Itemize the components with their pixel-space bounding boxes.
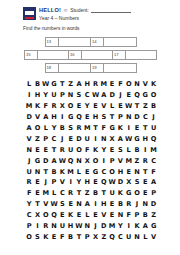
- grid-cell-r5c5[interactable]: B: [58, 123, 66, 134]
- grid-cell-r7c3[interactable]: E: [42, 144, 50, 155]
- grid-cell-r13c7[interactable]: E: [75, 210, 83, 221]
- grid-cell-r7c1[interactable]: N: [25, 144, 33, 155]
- grid-cell-r4c12[interactable]: P: [116, 112, 124, 123]
- grid-cell-r8c1[interactable]: J: [25, 155, 33, 166]
- grid-cell-r1c11[interactable]: E: [108, 79, 116, 90]
- grid-cell-r1c6[interactable]: Z: [66, 79, 74, 90]
- grid-cell-r15c12[interactable]: C: [116, 231, 124, 242]
- grid-cell-r12c12[interactable]: B: [116, 199, 124, 210]
- answer-slot-number: 13: [46, 38, 59, 46]
- grid-cell-r8c3[interactable]: D: [42, 155, 50, 166]
- grid-cell-r1c15[interactable]: V: [141, 79, 149, 90]
- grid-cell-r13c8[interactable]: L: [83, 210, 91, 221]
- grid-cell-r8c15[interactable]: R: [141, 155, 149, 166]
- grid-cell-r9c13[interactable]: E: [125, 166, 133, 177]
- grid-cell-r3c2[interactable]: K: [33, 101, 41, 112]
- grid-cell-r6c7[interactable]: D: [75, 133, 83, 144]
- grid-cell-r4c7[interactable]: Q: [75, 112, 83, 123]
- grid-cell-r4c4[interactable]: H: [50, 112, 58, 123]
- grid-cell-r1c1[interactable]: L: [25, 79, 33, 90]
- answer-slot-number: 16: [69, 51, 82, 59]
- grid-cell-r5c11[interactable]: G: [108, 123, 116, 134]
- grid-cell-r15c5[interactable]: F: [58, 231, 66, 242]
- grid-cell-r6c1[interactable]: V: [25, 133, 33, 144]
- grid-cell-r2c8[interactable]: C: [83, 90, 91, 101]
- grid-cell-r12c8[interactable]: A: [83, 199, 91, 210]
- grid-cell-r9c16[interactable]: F: [149, 166, 157, 177]
- grid-cell-r2c7[interactable]: S: [75, 90, 83, 101]
- grid-cell-r2c15[interactable]: G: [141, 90, 149, 101]
- grid-cell-r11c9[interactable]: B: [91, 188, 99, 199]
- grid-cell-r6c12[interactable]: A: [116, 133, 124, 144]
- brand-logo: [23, 7, 36, 20]
- logo-book-icon: [25, 11, 34, 15]
- answer-slot-19: 19: [90, 64, 136, 72]
- grid-cell-r10c8[interactable]: H: [83, 177, 91, 188]
- grid-cell-r5c9[interactable]: T: [91, 123, 99, 134]
- grid-cell-r3c13[interactable]: W: [125, 101, 133, 112]
- grid-cell-r11c4[interactable]: L: [50, 188, 58, 199]
- grid-cell-r8c2[interactable]: G: [33, 155, 41, 166]
- grid-cell-r14c4[interactable]: N: [50, 221, 58, 232]
- word-search-grid: LBWGTZAHRMEFONVKIHYUPNSCWADJEQGOMKFRXOEY…: [25, 79, 158, 242]
- grid-cell-r14c5[interactable]: U: [58, 221, 66, 232]
- grid-cell-r12c2[interactable]: T: [33, 199, 41, 210]
- grid-cell-r5c13[interactable]: I: [125, 123, 133, 134]
- grid-cell-r14c16[interactable]: G: [149, 221, 157, 232]
- grid-cell-r5c2[interactable]: O: [33, 123, 41, 134]
- grid-cell-r1c9[interactable]: R: [91, 79, 99, 90]
- grid-cell-r15c6[interactable]: B: [66, 231, 74, 242]
- grid-cell-r9c15[interactable]: T: [141, 166, 149, 177]
- grid-cell-r5c14[interactable]: E: [133, 123, 141, 134]
- grid-cell-r13c12[interactable]: N: [116, 210, 124, 221]
- grid-cell-r12c3[interactable]: V: [42, 199, 50, 210]
- grid-cell-r14c8[interactable]: N: [83, 221, 91, 232]
- grid-cell-r13c6[interactable]: K: [66, 210, 74, 221]
- grid-cell-r9c4[interactable]: B: [50, 166, 58, 177]
- answer-box-row: 151617: [24, 50, 157, 60]
- grid-cell-r3c12[interactable]: E: [116, 101, 124, 112]
- header-line-1: HELLO! ☺ Student:: [39, 7, 131, 13]
- grid-cell-r9c7[interactable]: L: [75, 166, 83, 177]
- grid-cell-r13c11[interactable]: E: [108, 210, 116, 221]
- grid-cell-r12c16[interactable]: D: [149, 199, 157, 210]
- grid-cell-r10c6[interactable]: I: [66, 177, 74, 188]
- answer-box-row: 1819: [45, 63, 137, 73]
- grid-cell-r8c13[interactable]: M: [125, 155, 133, 166]
- grid-cell-r1c16[interactable]: K: [149, 79, 157, 90]
- grid-cell-r8c14[interactable]: Z: [133, 155, 141, 166]
- answer-slot-number: 17: [113, 51, 126, 59]
- grid-cell-r7c2[interactable]: E: [33, 144, 41, 155]
- grid-cell-r12c7[interactable]: N: [75, 199, 83, 210]
- grid-cell-r11c11[interactable]: U: [108, 188, 116, 199]
- grid-cell-r15c7[interactable]: T: [75, 231, 83, 242]
- grid-cell-r13c13[interactable]: F: [125, 210, 133, 221]
- grid-cell-r8c6[interactable]: Q: [66, 155, 74, 166]
- grid-cell-r7c7[interactable]: O: [75, 144, 83, 155]
- grid-cell-r8c12[interactable]: V: [116, 155, 124, 166]
- grid-cell-r6c14[interactable]: G: [133, 133, 141, 144]
- grid-cell-r4c16[interactable]: J: [149, 112, 157, 123]
- answer-slot-blank[interactable]: [38, 51, 68, 59]
- grid-cell-r12c6[interactable]: E: [66, 199, 74, 210]
- answer-slot-15: 15: [25, 51, 68, 59]
- grid-cell-r4c14[interactable]: D: [133, 112, 141, 123]
- grid-cell-r6c11[interactable]: X: [108, 133, 116, 144]
- grid-cell-r9c12[interactable]: H: [116, 166, 124, 177]
- grid-cell-r15c10[interactable]: Z: [100, 231, 108, 242]
- grid-cell-r1c12[interactable]: F: [116, 79, 124, 90]
- grid-cell-r5c1[interactable]: A: [25, 123, 33, 134]
- answer-slot-blank[interactable]: [126, 51, 156, 59]
- grid-cell-r10c13[interactable]: X: [125, 177, 133, 188]
- grid-cell-r13c10[interactable]: V: [100, 210, 108, 221]
- grid-cell-r11c5[interactable]: C: [58, 188, 66, 199]
- answer-slot-blank[interactable]: [104, 64, 136, 72]
- answer-slot-13: 13: [46, 38, 91, 46]
- grid-cell-r2c1[interactable]: I: [25, 90, 33, 101]
- grid-cell-r5c4[interactable]: Y: [50, 123, 58, 134]
- answer-slot-number: 14: [91, 38, 104, 46]
- grid-cell-r8c4[interactable]: A: [50, 155, 58, 166]
- grid-cell-r14c12[interactable]: Y: [116, 221, 124, 232]
- grid-cell-r8c5[interactable]: W: [58, 155, 66, 166]
- grid-cell-r7c9[interactable]: K: [91, 144, 99, 155]
- grid-cell-r15c2[interactable]: S: [33, 231, 41, 242]
- grid-cell-r4c1[interactable]: D: [25, 112, 33, 123]
- grid-cell-r14c2[interactable]: I: [33, 221, 41, 232]
- grid-cell-r5c16[interactable]: U: [149, 123, 157, 134]
- grid-cell-r6c2[interactable]: Z: [33, 133, 41, 144]
- answer-slot-16: 16: [68, 51, 112, 59]
- grid-cell-r10c9[interactable]: E: [91, 177, 99, 188]
- smiley-icon: ☺: [63, 7, 68, 13]
- grid-cell-r2c13[interactable]: E: [125, 90, 133, 101]
- grid-cell-r3c11[interactable]: L: [108, 101, 116, 112]
- grid-cell-r9c6[interactable]: M: [66, 166, 74, 177]
- grid-cell-r3c7[interactable]: E: [75, 101, 83, 112]
- grid-cell-r7c8[interactable]: F: [83, 144, 91, 155]
- grid-cell-r9c3[interactable]: T: [42, 166, 50, 177]
- answer-slot-blank[interactable]: [104, 38, 136, 46]
- answer-slot-18: 18: [46, 64, 91, 72]
- grid-cell-r8c16[interactable]: C: [149, 155, 157, 166]
- grid-cell-r4c9[interactable]: H: [91, 112, 99, 123]
- grid-cell-r3c6[interactable]: O: [66, 101, 74, 112]
- grid-cell-r11c16[interactable]: P: [149, 188, 157, 199]
- grid-cell-r13c1[interactable]: C: [25, 210, 33, 221]
- worksheet-subtitle: Year 4 – Numbers: [39, 15, 131, 21]
- grid-cell-r10c3[interactable]: J: [42, 177, 50, 188]
- grid-cell-r15c14[interactable]: N: [133, 231, 141, 242]
- grid-cell-r14c3[interactable]: R: [42, 221, 50, 232]
- grid-cell-r3c4[interactable]: R: [50, 101, 58, 112]
- grid-cell-r10c4[interactable]: P: [50, 177, 58, 188]
- grid-cell-r6c6[interactable]: E: [66, 133, 74, 144]
- grid-cell-r11c12[interactable]: K: [116, 188, 124, 199]
- grid-cell-r9c8[interactable]: E: [83, 166, 91, 177]
- grid-cell-r4c11[interactable]: T: [108, 112, 116, 123]
- grid-cell-r9c1[interactable]: U: [25, 166, 33, 177]
- grid-cell-r13c4[interactable]: Q: [50, 210, 58, 221]
- grid-cell-r5c3[interactable]: L: [42, 123, 50, 134]
- grid-cell-r14c10[interactable]: D: [100, 221, 108, 232]
- grid-cell-r4c13[interactable]: N: [125, 112, 133, 123]
- grid-cell-r4c5[interactable]: I: [58, 112, 66, 123]
- logo-red-band: [25, 17, 34, 19]
- grid-cell-r12c1[interactable]: Y: [25, 199, 33, 210]
- grid-cell-r4c2[interactable]: V: [33, 112, 41, 123]
- grid-cell-r12c4[interactable]: W: [50, 199, 58, 210]
- grid-cell-r7c14[interactable]: B: [133, 144, 141, 155]
- grid-cell-r9c10[interactable]: C: [100, 166, 108, 177]
- grid-cell-r14c1[interactable]: P: [25, 221, 33, 232]
- grid-cell-r2c11[interactable]: D: [108, 90, 116, 101]
- grid-cell-r3c15[interactable]: Z: [141, 101, 149, 112]
- grid-cell-r15c16[interactable]: V: [149, 231, 157, 242]
- grid-cell-r6c9[interactable]: I: [91, 133, 99, 144]
- grid-cell-r7c5[interactable]: R: [58, 144, 66, 155]
- grid-cell-r11c7[interactable]: T: [75, 188, 83, 199]
- grid-cell-r2c4[interactable]: U: [50, 90, 58, 101]
- grid-cell-r8c8[interactable]: X: [83, 155, 91, 166]
- grid-cell-r11c14[interactable]: O: [133, 188, 141, 199]
- grid-cell-r11c13[interactable]: G: [125, 188, 133, 199]
- grid-cell-r6c5[interactable]: J: [58, 133, 66, 144]
- grid-cell-r5c10[interactable]: F: [100, 123, 108, 134]
- grid-cell-r1c4[interactable]: G: [50, 79, 58, 90]
- grid-cell-r2c6[interactable]: N: [66, 90, 74, 101]
- grid-cell-r6c8[interactable]: U: [83, 133, 91, 144]
- grid-cell-r3c10[interactable]: V: [100, 101, 108, 112]
- grid-cell-r4c10[interactable]: S: [100, 112, 108, 123]
- grid-cell-r13c2[interactable]: X: [33, 210, 41, 221]
- grid-cell-r15c4[interactable]: E: [50, 231, 58, 242]
- grid-cell-r4c3[interactable]: A: [42, 112, 50, 123]
- grid-cell-r2c9[interactable]: W: [91, 90, 99, 101]
- grid-cell-r15c9[interactable]: X: [91, 231, 99, 242]
- grid-cell-r12c10[interactable]: H: [100, 199, 108, 210]
- grid-cell-r10c16[interactable]: A: [149, 177, 157, 188]
- grid-cell-r15c13[interactable]: U: [125, 231, 133, 242]
- grid-cell-r9c2[interactable]: N: [33, 166, 41, 177]
- grid-cell-r13c3[interactable]: O: [42, 210, 50, 221]
- grid-cell-r10c5[interactable]: V: [58, 177, 66, 188]
- answer-slot-17: 17: [112, 51, 156, 59]
- grid-cell-r14c14[interactable]: K: [133, 221, 141, 232]
- grid-cell-r3c5[interactable]: X: [58, 101, 66, 112]
- grid-cell-r13c14[interactable]: P: [133, 210, 141, 221]
- grid-cell-r7c16[interactable]: M: [149, 144, 157, 155]
- grid-cell-r3c9[interactable]: E: [91, 101, 99, 112]
- grid-cell-r13c16[interactable]: Z: [149, 210, 157, 221]
- header-text: HELLO! ☺ Student: Year 4 – Numbers: [39, 7, 131, 21]
- grid-cell-r8c11[interactable]: P: [108, 155, 116, 166]
- grid-cell-r13c9[interactable]: E: [91, 210, 99, 221]
- grid-cell-r4c6[interactable]: G: [66, 112, 74, 123]
- grid-cell-r10c12[interactable]: D: [116, 177, 124, 188]
- grid-cell-r10c10[interactable]: Q: [100, 177, 108, 188]
- grid-cell-r15c8[interactable]: P: [83, 231, 91, 242]
- grid-cell-r5c12[interactable]: K: [116, 123, 124, 134]
- grid-cell-r7c4[interactable]: T: [50, 144, 58, 155]
- grid-cell-r1c10[interactable]: M: [100, 79, 108, 90]
- grid-cell-r15c1[interactable]: O: [25, 231, 33, 242]
- student-name-line[interactable]: [91, 8, 131, 13]
- grid-cell-r10c1[interactable]: R: [25, 177, 33, 188]
- grid-cell-r2c12[interactable]: J: [116, 90, 124, 101]
- grid-cell-r11c1[interactable]: F: [25, 188, 33, 199]
- grid-cell-r9c14[interactable]: N: [133, 166, 141, 177]
- grid-cell-r1c14[interactable]: N: [133, 79, 141, 90]
- grid-cell-r6c15[interactable]: H: [141, 133, 149, 144]
- grid-cell-r1c3[interactable]: W: [42, 79, 50, 90]
- grid-cell-r2c16[interactable]: O: [149, 90, 157, 101]
- grid-cell-r4c15[interactable]: C: [141, 112, 149, 123]
- grid-cell-r11c3[interactable]: M: [42, 188, 50, 199]
- grid-cell-r10c2[interactable]: E: [33, 177, 41, 188]
- grid-cell-r12c5[interactable]: S: [58, 199, 66, 210]
- grid-cell-r11c10[interactable]: T: [100, 188, 108, 199]
- grid-cell-r3c3[interactable]: F: [42, 101, 50, 112]
- grid-cell-r10c7[interactable]: Y: [75, 177, 83, 188]
- grid-cell-r13c15[interactable]: B: [141, 210, 149, 221]
- grid-cell-r7c10[interactable]: Y: [100, 144, 108, 155]
- grid-cell-r8c10[interactable]: I: [100, 155, 108, 166]
- grid-cell-r1c2[interactable]: B: [33, 79, 41, 90]
- grid-cell-r6c13[interactable]: W: [125, 133, 133, 144]
- grid-cell-r2c10[interactable]: A: [100, 90, 108, 101]
- grid-cell-r2c3[interactable]: Y: [42, 90, 50, 101]
- grid-cell-r2c14[interactable]: Q: [133, 90, 141, 101]
- grid-cell-r14c13[interactable]: I: [125, 221, 133, 232]
- answer-box-row: 1314: [45, 37, 137, 47]
- grid-cell-r3c1[interactable]: M: [25, 101, 33, 112]
- grid-cell-r14c11[interactable]: M: [108, 221, 116, 232]
- grid-cell-r6c10[interactable]: N: [100, 133, 108, 144]
- grid-cell-r6c16[interactable]: Q: [149, 133, 157, 144]
- grid-cell-r11c8[interactable]: Z: [83, 188, 91, 199]
- grid-cell-r11c6[interactable]: R: [66, 188, 74, 199]
- grid-cell-r7c15[interactable]: I: [141, 144, 149, 155]
- grid-cell-r6c4[interactable]: C: [50, 133, 58, 144]
- grid-cell-r12c13[interactable]: R: [125, 199, 133, 210]
- grid-cell-r14c7[interactable]: W: [75, 221, 83, 232]
- answer-slot-blank[interactable]: [59, 38, 91, 46]
- grid-cell-r14c9[interactable]: J: [91, 221, 99, 232]
- worksheet-page: HELLO! ☺ Student: Year 4 – Numbers Find …: [0, 0, 180, 255]
- grid-cell-r1c8[interactable]: H: [83, 79, 91, 90]
- grid-cell-r2c2[interactable]: H: [33, 90, 41, 101]
- grid-cell-r7c11[interactable]: E: [108, 144, 116, 155]
- answer-slot-blank[interactable]: [82, 51, 112, 59]
- grid-cell-r9c11[interactable]: O: [108, 166, 116, 177]
- grid-cell-r8c7[interactable]: N: [75, 155, 83, 166]
- grid-cell-r9c9[interactable]: G: [91, 166, 99, 177]
- grid-cell-r11c15[interactable]: E: [141, 188, 149, 199]
- brand-name: HELLO!: [39, 7, 61, 13]
- grid-cell-r6c3[interactable]: P: [42, 133, 50, 144]
- grid-cell-r13c5[interactable]: E: [58, 210, 66, 221]
- grid-cell-r10c15[interactable]: E: [141, 177, 149, 188]
- answer-slot-blank[interactable]: [59, 64, 91, 72]
- grid-cell-r2c5[interactable]: P: [58, 90, 66, 101]
- grid-cell-r5c15[interactable]: T: [141, 123, 149, 134]
- grid-cell-r10c14[interactable]: S: [133, 177, 141, 188]
- grid-cell-r9c5[interactable]: K: [58, 166, 66, 177]
- grid-cell-r12c11[interactable]: E: [108, 199, 116, 210]
- grid-cell-r1c7[interactable]: A: [75, 79, 83, 90]
- worksheet-header: HELLO! ☺ Student: Year 4 – Numbers: [23, 7, 131, 21]
- grid-cell-r7c6[interactable]: U: [66, 144, 74, 155]
- grid-cell-r8c9[interactable]: O: [91, 155, 99, 166]
- grid-cell-r7c13[interactable]: L: [125, 144, 133, 155]
- grid-cell-r4c8[interactable]: E: [83, 112, 91, 123]
- grid-cell-r7c12[interactable]: S: [116, 144, 124, 155]
- grid-cell-r3c14[interactable]: T: [133, 101, 141, 112]
- grid-cell-r14c15[interactable]: A: [141, 221, 149, 232]
- grid-cell-r5c6[interactable]: S: [66, 123, 74, 134]
- answer-slot-number: 19: [91, 64, 104, 72]
- grid-cell-r15c11[interactable]: Q: [108, 231, 116, 242]
- grid-cell-r11c2[interactable]: E: [33, 188, 41, 199]
- grid-cell-r10c11[interactable]: W: [108, 177, 116, 188]
- grid-cell-r3c8[interactable]: Y: [83, 101, 91, 112]
- answer-slot-number: 18: [46, 64, 59, 72]
- grid-cell-r14c6[interactable]: H: [66, 221, 74, 232]
- grid-cell-r3c16[interactable]: B: [149, 101, 157, 112]
- grid-cell-r12c15[interactable]: N: [141, 199, 149, 210]
- grid-cell-r15c15[interactable]: L: [141, 231, 149, 242]
- answer-boxes: 13141516171819: [24, 37, 157, 76]
- grid-cell-r12c14[interactable]: J: [133, 199, 141, 210]
- grid-cell-r12c9[interactable]: I: [91, 199, 99, 210]
- student-label: Student:: [70, 7, 89, 13]
- grid-cell-r5c8[interactable]: M: [83, 123, 91, 134]
- grid-cell-r15c3[interactable]: K: [42, 231, 50, 242]
- answer-slot-number: 15: [25, 51, 38, 59]
- grid-cell-r1c5[interactable]: T: [58, 79, 66, 90]
- grid-cell-r1c13[interactable]: O: [125, 79, 133, 90]
- instruction-text: Find the numbers in words: [23, 26, 80, 31]
- grid-cell-r5c7[interactable]: R: [75, 123, 83, 134]
- answer-slot-14: 14: [90, 38, 136, 46]
